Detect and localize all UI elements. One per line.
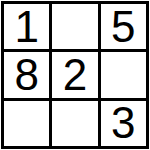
cell-r2c3[interactable] xyxy=(101,52,146,97)
cell-r3c1[interactable] xyxy=(4,101,49,146)
cell-r1c3[interactable]: 5 xyxy=(101,4,146,49)
cell-r1c2[interactable] xyxy=(52,4,97,49)
cell-r3c2[interactable] xyxy=(52,101,97,146)
cell-r1c1[interactable]: 1 xyxy=(4,4,49,49)
cell-r2c2[interactable]: 2 xyxy=(52,52,97,97)
cell-r3c3[interactable]: 3 xyxy=(101,101,146,146)
cell-r2c1[interactable]: 8 xyxy=(4,52,49,97)
puzzle-board: 1 5 8 2 3 xyxy=(1,1,149,149)
